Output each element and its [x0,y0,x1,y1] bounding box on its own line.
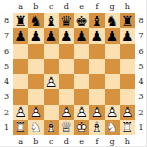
square-g7[interactable]: ♟ [105,28,120,43]
rank-label-5: 5 [135,59,147,74]
square-e8[interactable]: ♚ [74,13,89,28]
piece-black-bishop[interactable]: ♝ [89,13,104,28]
rank-label-2: 2 [135,105,147,120]
rank-label-5: 5 [0,59,13,74]
square-c5[interactable] [44,59,59,74]
file-label-f: f [89,0,104,13]
square-g2[interactable]: ♟♙ [105,105,120,120]
square-a6[interactable] [13,44,28,59]
piece-white-rook[interactable]: ♜♖ [13,120,28,135]
square-c8[interactable]: ♝ [44,13,59,28]
square-h3[interactable] [120,89,135,104]
piece-black-pawn[interactable]: ♟ [105,28,120,43]
piece-black-pawn[interactable]: ♟ [13,28,28,43]
square-e6[interactable] [74,44,89,59]
rank-label-4: 4 [135,74,147,89]
file-label-c: c [44,135,59,147]
piece-white-queen[interactable]: ♛♕ [59,120,74,135]
piece-white-pawn[interactable]: ♟♙ [59,105,74,120]
square-f1[interactable]: ♝♗ [89,120,104,135]
piece-white-pawn[interactable]: ♟♙ [28,105,43,120]
file-label-e: e [74,0,89,13]
piece-black-pawn[interactable]: ♟ [59,28,74,43]
piece-black-rook[interactable]: ♜ [13,13,28,28]
square-g5[interactable] [105,59,120,74]
square-b6[interactable] [28,44,43,59]
square-c7[interactable]: ♟ [44,28,59,43]
piece-white-knight[interactable]: ♞♘ [28,120,43,135]
square-a5[interactable] [13,59,28,74]
square-a8[interactable]: ♜ [13,13,28,28]
square-a3[interactable] [13,89,28,104]
square-g1[interactable]: ♞♘ [105,120,120,135]
file-label-d: d [59,135,74,147]
square-a7[interactable]: ♟ [13,28,28,43]
square-e5[interactable] [74,59,89,74]
square-b2[interactable]: ♟♙ [28,105,43,120]
square-b3[interactable] [28,89,43,104]
file-label-b: b [28,135,43,147]
square-d3[interactable] [59,89,74,104]
piece-white-rook[interactable]: ♜♖ [120,120,135,135]
file-label-f: f [89,135,104,147]
file-label-a: a [13,135,28,147]
piece-white-pawn[interactable]: ♟♙ [13,105,28,120]
square-h1[interactable]: ♜♖ [120,120,135,135]
square-f5[interactable] [89,59,104,74]
square-h8[interactable]: ♜ [120,13,135,28]
square-f2[interactable]: ♟♙ [89,105,104,120]
piece-white-king[interactable]: ♚♔ [74,120,89,135]
square-d4[interactable] [59,74,74,89]
piece-white-pawn[interactable]: ♟♙ [120,105,135,120]
rank-label-2: 2 [0,105,13,120]
square-a2[interactable]: ♟♙ [13,105,28,120]
rank-label-1: 1 [135,120,147,135]
square-d7[interactable]: ♟ [59,28,74,43]
square-h6[interactable] [120,44,135,59]
piece-white-bishop[interactable]: ♝♗ [89,120,104,135]
piece-white-knight[interactable]: ♞♘ [105,120,120,135]
square-b1[interactable]: ♞♘ [28,120,43,135]
square-f3[interactable] [89,89,104,104]
square-b4[interactable] [28,74,43,89]
square-h4[interactable] [120,74,135,89]
square-g6[interactable] [105,44,120,59]
file-label-b: b [28,0,43,13]
piece-white-pawn[interactable]: ♟♙ [44,74,59,89]
piece-black-queen[interactable]: ♛ [59,13,74,28]
square-d2[interactable]: ♟♙ [59,105,74,120]
rank-label-6: 6 [0,44,13,59]
square-d1[interactable]: ♛♕ [59,120,74,135]
square-f8[interactable]: ♝ [89,13,104,28]
rank-label-8: 8 [0,13,13,28]
square-e1[interactable]: ♚♔ [74,120,89,135]
rank-label-4: 4 [0,74,13,89]
square-f6[interactable] [89,44,104,59]
square-e2[interactable]: ♟♙ [74,105,89,120]
file-label-a: a [13,0,28,13]
square-b7[interactable]: ♟ [28,28,43,43]
square-c3[interactable] [44,89,59,104]
square-e4[interactable] [74,74,89,89]
piece-black-pawn[interactable]: ♟ [44,28,59,43]
file-labels-bottom: abcdefgh [13,135,135,147]
chess-board[interactable]: ♜♞♝♛♚♝♞♜♟♟♟♟♟♟♟♟♟♙♟♙♟♙♟♙♟♙♟♙♟♙♟♙♜♖♞♘♝♗♛♕… [13,13,135,135]
file-label-g: g [105,0,120,13]
square-f7[interactable]: ♟ [89,28,104,43]
square-a4[interactable] [13,74,28,89]
rank-label-3: 3 [0,89,13,104]
square-e3[interactable] [74,89,89,104]
square-e7[interactable]: ♟ [74,28,89,43]
piece-black-pawn[interactable]: ♟ [28,28,43,43]
piece-black-pawn[interactable]: ♟ [120,28,135,43]
square-b8[interactable]: ♞ [28,13,43,28]
file-label-c: c [44,0,59,13]
rank-label-6: 6 [135,44,147,59]
rank-labels-right: 87654321 [135,13,147,135]
file-label-h: h [120,135,135,147]
rank-labels-left: 87654321 [0,13,13,135]
file-label-e: e [74,135,89,147]
piece-black-king[interactable]: ♚ [74,13,89,28]
square-c4[interactable]: ♟♙ [44,74,59,89]
square-c1[interactable]: ♝♗ [44,120,59,135]
square-h5[interactable] [120,59,135,74]
piece-black-bishop[interactable]: ♝ [44,13,59,28]
square-f4[interactable] [89,74,104,89]
square-g4[interactable] [105,74,120,89]
square-a1[interactable]: ♜♖ [13,120,28,135]
piece-black-pawn[interactable]: ♟ [74,28,89,43]
square-g8[interactable]: ♞ [105,13,120,28]
piece-white-pawn[interactable]: ♟♙ [74,105,89,120]
square-h2[interactable]: ♟♙ [120,105,135,120]
square-b5[interactable] [28,59,43,74]
square-d6[interactable] [59,44,74,59]
piece-white-bishop[interactable]: ♝♗ [44,120,59,135]
square-d5[interactable] [59,59,74,74]
square-c6[interactable] [44,44,59,59]
piece-black-knight[interactable]: ♞ [105,13,120,28]
square-h7[interactable]: ♟ [120,28,135,43]
rank-label-1: 1 [0,120,13,135]
rank-label-8: 8 [135,13,147,28]
file-label-g: g [105,135,120,147]
square-c2[interactable] [44,105,59,120]
rank-label-7: 7 [0,28,13,43]
rank-label-3: 3 [135,89,147,104]
piece-black-rook[interactable]: ♜ [120,13,135,28]
square-d8[interactable]: ♛ [59,13,74,28]
piece-white-pawn[interactable]: ♟♙ [105,105,120,120]
piece-black-knight[interactable]: ♞ [28,13,43,28]
file-labels-top: abcdefgh [13,0,135,13]
file-label-d: d [59,0,74,13]
file-label-h: h [120,0,135,13]
rank-label-7: 7 [135,28,147,43]
piece-white-pawn[interactable]: ♟♙ [89,105,104,120]
piece-black-pawn[interactable]: ♟ [89,28,104,43]
chess-diagram: abcdefgh abcdefgh 87654321 87654321 ♜♞♝♛… [0,0,147,147]
square-g3[interactable] [105,89,120,104]
